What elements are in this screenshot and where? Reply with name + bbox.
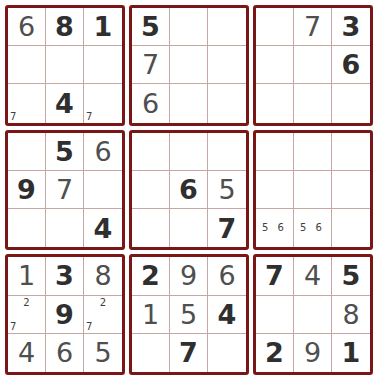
cell-r8c8[interactable] bbox=[294, 296, 332, 334]
given-digit: 5 bbox=[342, 262, 361, 289]
cell-r9c8[interactable]: 9 bbox=[294, 334, 332, 372]
given-digit: 7 bbox=[218, 215, 237, 242]
cell-r8c5[interactable]: 5 bbox=[170, 296, 208, 334]
cell-r9c4[interactable] bbox=[132, 334, 170, 372]
solved-digit: 1 bbox=[18, 262, 35, 289]
cell-r3c5[interactable] bbox=[170, 84, 208, 122]
cell-r2c9[interactable]: 6 bbox=[332, 46, 370, 84]
box-8: 2961547 bbox=[129, 254, 249, 375]
cell-r3c7[interactable] bbox=[256, 84, 294, 122]
cell-r1c3[interactable]: 1 bbox=[84, 8, 122, 46]
cell-r2c2[interactable] bbox=[46, 46, 84, 84]
cell-r7c2[interactable]: 3 bbox=[46, 257, 84, 295]
cell-r5c8[interactable] bbox=[294, 171, 332, 209]
solved-digit: 7 bbox=[56, 176, 73, 203]
cell-r7c9[interactable]: 5 bbox=[332, 257, 370, 295]
pencil-mark-center: 5 6 bbox=[262, 223, 287, 233]
cell-r6c4[interactable] bbox=[132, 209, 170, 247]
solved-digit: 8 bbox=[94, 262, 111, 289]
cell-r2c7[interactable] bbox=[256, 46, 294, 84]
sudoku-board: 681747576736569746575 65 613827927465296… bbox=[5, 5, 373, 375]
solved-digit: 5 bbox=[94, 339, 111, 366]
given-digit: 5 bbox=[141, 13, 160, 40]
cell-r3c8[interactable] bbox=[294, 84, 332, 122]
cell-r2c6[interactable] bbox=[208, 46, 246, 84]
solved-digit: 7 bbox=[304, 13, 321, 40]
cell-r1c7[interactable] bbox=[256, 8, 294, 46]
given-digit: 1 bbox=[94, 13, 113, 40]
pencil-mark-corner-bottom-left: 7 bbox=[86, 112, 92, 122]
cell-r5c4[interactable] bbox=[132, 171, 170, 209]
cell-r7c8[interactable]: 4 bbox=[294, 257, 332, 295]
cell-r4c8[interactable] bbox=[294, 133, 332, 171]
solved-digit: 6 bbox=[56, 339, 73, 366]
pencil-mark-center: 5 6 bbox=[300, 223, 325, 233]
pencil-mark-corner-top: 2 bbox=[100, 298, 106, 308]
cell-r7c5[interactable]: 9 bbox=[170, 257, 208, 295]
cell-r8c1[interactable]: 27 bbox=[8, 296, 46, 334]
cell-r4c6[interactable] bbox=[208, 133, 246, 171]
cell-r1c5[interactable] bbox=[170, 8, 208, 46]
pencil-mark-corner-top: 2 bbox=[23, 298, 29, 308]
given-digit: 4 bbox=[55, 90, 74, 117]
box-2: 576 bbox=[129, 5, 249, 126]
box-1: 681747 bbox=[5, 5, 125, 126]
cell-r1c2[interactable]: 8 bbox=[46, 8, 84, 46]
cell-r8c3[interactable]: 27 bbox=[84, 296, 122, 334]
box-6: 5 65 6 bbox=[253, 130, 373, 251]
solved-digit: 7 bbox=[142, 51, 159, 78]
cell-r1c9[interactable]: 3 bbox=[332, 8, 370, 46]
cell-r2c5[interactable] bbox=[170, 46, 208, 84]
given-digit: 3 bbox=[55, 262, 74, 289]
given-digit: 1 bbox=[342, 339, 361, 366]
cell-r2c1[interactable] bbox=[8, 46, 46, 84]
cell-r9c3[interactable]: 5 bbox=[84, 334, 122, 372]
cell-r4c3[interactable]: 6 bbox=[84, 133, 122, 171]
cell-r9c5[interactable]: 7 bbox=[170, 334, 208, 372]
solved-digit: 6 bbox=[218, 262, 235, 289]
cell-r9c7[interactable]: 2 bbox=[256, 334, 294, 372]
cell-r3c6[interactable] bbox=[208, 84, 246, 122]
solved-digit: 5 bbox=[180, 301, 197, 328]
solved-digit: 1 bbox=[142, 301, 159, 328]
cell-r9c9[interactable]: 1 bbox=[332, 334, 370, 372]
cell-r3c1[interactable]: 7 bbox=[8, 84, 46, 122]
pencil-mark-corner-bottom-left: 7 bbox=[10, 112, 16, 122]
given-digit: 6 bbox=[179, 176, 198, 203]
cell-r5c5[interactable]: 6 bbox=[170, 171, 208, 209]
pencil-mark-corner-bottom-left: 7 bbox=[86, 322, 92, 332]
given-digit: 7 bbox=[265, 262, 284, 289]
cell-r2c3[interactable] bbox=[84, 46, 122, 84]
box-7: 13827927465 bbox=[5, 254, 125, 375]
cell-r6c8[interactable]: 5 6 bbox=[294, 209, 332, 247]
solved-digit: 4 bbox=[18, 339, 35, 366]
cell-r7c1[interactable]: 1 bbox=[8, 257, 46, 295]
box-3: 736 bbox=[253, 5, 373, 126]
pencil-mark-corner-bottom-left: 7 bbox=[10, 322, 16, 332]
solved-digit: 5 bbox=[218, 176, 235, 203]
cell-r1c4[interactable]: 5 bbox=[132, 8, 170, 46]
cell-r9c1[interactable]: 4 bbox=[8, 334, 46, 372]
cell-r9c2[interactable]: 6 bbox=[46, 334, 84, 372]
given-digit: 7 bbox=[179, 339, 198, 366]
solved-digit: 6 bbox=[142, 90, 159, 117]
cell-r6c5[interactable] bbox=[170, 209, 208, 247]
given-digit: 2 bbox=[141, 262, 160, 289]
solved-digit: 8 bbox=[342, 301, 359, 328]
cell-r6c2[interactable] bbox=[46, 209, 84, 247]
solved-digit: 9 bbox=[180, 262, 197, 289]
cell-r4c7[interactable] bbox=[256, 133, 294, 171]
cell-r4c9[interactable] bbox=[332, 133, 370, 171]
given-digit: 3 bbox=[342, 13, 361, 40]
cell-r4c2[interactable]: 5 bbox=[46, 133, 84, 171]
cell-r2c8[interactable] bbox=[294, 46, 332, 84]
given-digit: 8 bbox=[55, 13, 74, 40]
cell-r9c6[interactable] bbox=[208, 334, 246, 372]
cell-r4c5[interactable] bbox=[170, 133, 208, 171]
cell-r5c7[interactable] bbox=[256, 171, 294, 209]
box-9: 7458291 bbox=[253, 254, 373, 375]
cell-r7c3[interactable]: 8 bbox=[84, 257, 122, 295]
cell-r3c4[interactable]: 6 bbox=[132, 84, 170, 122]
given-digit: 2 bbox=[265, 339, 284, 366]
cell-r3c9[interactable] bbox=[332, 84, 370, 122]
cell-r8c6[interactable]: 4 bbox=[208, 296, 246, 334]
cell-r7c4[interactable]: 2 bbox=[132, 257, 170, 295]
cell-r5c2[interactable]: 7 bbox=[46, 171, 84, 209]
cell-r6c9[interactable] bbox=[332, 209, 370, 247]
given-digit: 6 bbox=[342, 51, 361, 78]
cell-r7c7[interactable]: 7 bbox=[256, 257, 294, 295]
solved-digit: 4 bbox=[304, 262, 321, 289]
cell-r8c9[interactable]: 8 bbox=[332, 296, 370, 334]
solved-digit: 6 bbox=[18, 13, 35, 40]
cell-r5c3[interactable] bbox=[84, 171, 122, 209]
given-digit: 4 bbox=[218, 301, 237, 328]
given-digit: 5 bbox=[55, 138, 74, 165]
cell-r6c6[interactable]: 7 bbox=[208, 209, 246, 247]
cell-r1c8[interactable]: 7 bbox=[294, 8, 332, 46]
cell-r4c1[interactable] bbox=[8, 133, 46, 171]
cell-r3c2[interactable]: 4 bbox=[46, 84, 84, 122]
given-digit: 9 bbox=[17, 176, 36, 203]
cell-r8c7[interactable] bbox=[256, 296, 294, 334]
box-4: 56974 bbox=[5, 130, 125, 251]
given-digit: 9 bbox=[55, 301, 74, 328]
solved-digit: 6 bbox=[94, 138, 111, 165]
given-digit: 4 bbox=[94, 215, 113, 242]
solved-digit: 9 bbox=[304, 339, 321, 366]
box-5: 657 bbox=[129, 130, 249, 251]
cell-r6c1[interactable] bbox=[8, 209, 46, 247]
cell-r8c4[interactable]: 1 bbox=[132, 296, 170, 334]
cell-r1c6[interactable] bbox=[208, 8, 246, 46]
cell-r1c1[interactable]: 6 bbox=[8, 8, 46, 46]
cell-r6c7[interactable]: 5 6 bbox=[256, 209, 294, 247]
cell-r3c3[interactable]: 7 bbox=[84, 84, 122, 122]
cell-r5c6[interactable]: 5 bbox=[208, 171, 246, 209]
cell-r6c3[interactable]: 4 bbox=[84, 209, 122, 247]
cell-r4c4[interactable] bbox=[132, 133, 170, 171]
cell-r5c1[interactable]: 9 bbox=[8, 171, 46, 209]
cell-r2c4[interactable]: 7 bbox=[132, 46, 170, 84]
cell-r8c2[interactable]: 9 bbox=[46, 296, 84, 334]
cell-r5c9[interactable] bbox=[332, 171, 370, 209]
cell-r7c6[interactable]: 6 bbox=[208, 257, 246, 295]
